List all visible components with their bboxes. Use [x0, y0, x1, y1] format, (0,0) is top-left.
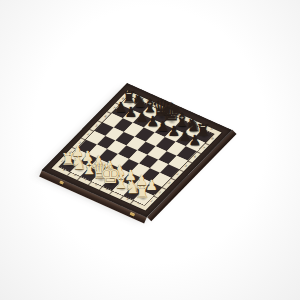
board-squares: ♜♞♝♛♚♝♞♜♟♟♟♟♟♟♟♟♟♟♟♟♟♟♟♟♜♞♝♛♚♝♞♜ — [60, 96, 214, 205]
strip-corner-br — [141, 205, 149, 211]
white-rook: ♜ — [128, 184, 158, 200]
chess-board: abcdefgh 87654321 ♜♞♝♛♚♝♞♜♟♟♟♟♟♟♟♟♟♟♟♟♟♟… — [42, 83, 232, 217]
brass-latch-2 — [129, 212, 134, 216]
brass-latch-1 — [59, 181, 64, 185]
product-photo-scene: abcdefgh 87654321 ♜♞♝♛♚♝♞♜♟♟♟♟♟♟♟♟♟♟♟♟♟♟… — [0, 0, 300, 300]
board-frame: abcdefgh 87654321 ♜♞♝♛♚♝♞♜♟♟♟♟♟♟♟♟♟♟♟♟♟♟… — [42, 83, 232, 217]
